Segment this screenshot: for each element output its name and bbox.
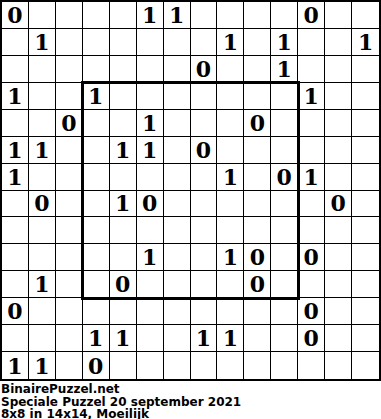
empty-cell[interactable]	[137, 298, 164, 325]
empty-cell[interactable]	[325, 271, 352, 298]
empty-cell[interactable]	[217, 137, 244, 164]
empty-cell[interactable]	[244, 352, 271, 379]
empty-cell[interactable]	[325, 217, 352, 244]
empty-cell[interactable]	[56, 164, 83, 191]
empty-cell[interactable]	[244, 217, 271, 244]
empty-cell[interactable]	[56, 191, 83, 218]
empty-cell[interactable]	[56, 298, 83, 325]
empty-cell[interactable]	[191, 29, 218, 56]
empty-cell[interactable]	[298, 137, 325, 164]
empty-cell[interactable]	[191, 164, 218, 191]
empty-cell[interactable]	[164, 244, 191, 271]
empty-cell[interactable]	[352, 325, 379, 352]
empty-cell[interactable]	[217, 83, 244, 110]
empty-cell[interactable]	[352, 2, 379, 29]
empty-cell[interactable]	[110, 56, 137, 83]
empty-cell[interactable]	[137, 271, 164, 298]
given-cell: 1	[137, 244, 164, 271]
empty-cell[interactable]	[217, 271, 244, 298]
given-cell: 1	[217, 244, 244, 271]
given-cell: 0	[298, 244, 325, 271]
empty-cell[interactable]	[2, 110, 29, 137]
puzzle-info: 8x8 in 14x14, Moeilijk	[1, 408, 381, 419]
given-cell: 0	[191, 56, 218, 83]
empty-cell[interactable]	[137, 325, 164, 352]
empty-cell[interactable]	[191, 352, 218, 379]
given-cell: 1	[2, 352, 29, 379]
empty-cell[interactable]	[352, 110, 379, 137]
empty-cell[interactable]	[164, 325, 191, 352]
empty-cell[interactable]	[244, 2, 271, 29]
given-cell: 0	[83, 352, 110, 379]
empty-cell[interactable]	[110, 2, 137, 29]
given-cell: 1	[2, 83, 29, 110]
empty-cell[interactable]	[244, 164, 271, 191]
empty-cell[interactable]	[298, 271, 325, 298]
empty-cell[interactable]	[244, 83, 271, 110]
given-cell: 0	[2, 298, 29, 325]
given-cell: 1	[298, 164, 325, 191]
footer: BinairePuzzel.net Speciale Puzzel 20 sep…	[0, 381, 381, 419]
puzzle-board: 0110111101111010111101101010011001000011…	[0, 0, 381, 381]
empty-cell[interactable]	[298, 217, 325, 244]
empty-cell[interactable]	[110, 298, 137, 325]
given-cell: 1	[29, 352, 56, 379]
empty-cell[interactable]	[2, 271, 29, 298]
empty-cell[interactable]	[29, 217, 56, 244]
empty-cell[interactable]	[191, 217, 218, 244]
empty-cell[interactable]	[2, 56, 29, 83]
given-cell: 0	[2, 2, 29, 29]
empty-cell[interactable]	[325, 352, 352, 379]
empty-cell[interactable]	[271, 2, 298, 29]
given-cell: 1	[217, 29, 244, 56]
given-cell: 0	[298, 2, 325, 29]
empty-cell[interactable]	[325, 298, 352, 325]
empty-cell[interactable]	[271, 244, 298, 271]
empty-cell[interactable]	[56, 56, 83, 83]
empty-cell[interactable]	[217, 352, 244, 379]
empty-cell[interactable]	[325, 56, 352, 83]
given-cell: 1	[271, 29, 298, 56]
empty-cell[interactable]	[244, 191, 271, 218]
empty-cell[interactable]	[352, 83, 379, 110]
empty-cell[interactable]	[29, 325, 56, 352]
empty-cell[interactable]	[137, 56, 164, 83]
empty-cell[interactable]	[2, 191, 29, 218]
given-cell: 1	[29, 29, 56, 56]
given-cell: 1	[2, 137, 29, 164]
empty-cell[interactable]	[271, 217, 298, 244]
empty-cell[interactable]	[137, 352, 164, 379]
empty-cell[interactable]	[164, 29, 191, 56]
empty-cell[interactable]	[271, 110, 298, 137]
empty-cell[interactable]	[137, 83, 164, 110]
empty-cell[interactable]	[352, 271, 379, 298]
empty-cell[interactable]	[110, 352, 137, 379]
given-cell: 1	[29, 137, 56, 164]
empty-cell[interactable]	[352, 191, 379, 218]
empty-cell[interactable]	[271, 325, 298, 352]
empty-cell[interactable]	[83, 244, 110, 271]
empty-cell[interactable]	[83, 217, 110, 244]
given-cell: 0	[244, 110, 271, 137]
given-cell: 1	[298, 83, 325, 110]
empty-cell[interactable]	[164, 191, 191, 218]
empty-cell[interactable]	[191, 2, 218, 29]
given-cell: 1	[2, 164, 29, 191]
empty-cell[interactable]	[110, 83, 137, 110]
site-name: BinairePuzzel.net	[1, 383, 381, 396]
empty-cell[interactable]	[83, 191, 110, 218]
empty-cell[interactable]	[244, 298, 271, 325]
empty-cell[interactable]	[56, 352, 83, 379]
given-cell: 1	[271, 56, 298, 83]
empty-cell[interactable]	[352, 244, 379, 271]
empty-cell[interactable]	[164, 56, 191, 83]
given-cell: 0	[56, 110, 83, 137]
empty-cell[interactable]	[83, 2, 110, 29]
empty-cell[interactable]	[271, 191, 298, 218]
empty-cell[interactable]	[137, 164, 164, 191]
empty-cell[interactable]	[298, 352, 325, 379]
empty-cell[interactable]	[137, 29, 164, 56]
empty-cell[interactable]	[110, 164, 137, 191]
empty-cell[interactable]	[83, 137, 110, 164]
given-cell: 1	[83, 325, 110, 352]
empty-cell[interactable]	[352, 298, 379, 325]
empty-cell[interactable]	[164, 217, 191, 244]
empty-cell[interactable]	[164, 110, 191, 137]
empty-cell[interactable]	[352, 137, 379, 164]
empty-cell[interactable]	[56, 271, 83, 298]
empty-cell[interactable]	[352, 352, 379, 379]
given-cell: 1	[110, 191, 137, 218]
given-cell: 0	[191, 137, 218, 164]
empty-cell[interactable]	[325, 325, 352, 352]
empty-cell[interactable]	[29, 244, 56, 271]
empty-cell[interactable]	[29, 56, 56, 83]
empty-cell[interactable]	[29, 83, 56, 110]
empty-cell[interactable]	[217, 298, 244, 325]
empty-cell[interactable]	[217, 110, 244, 137]
empty-cell[interactable]	[83, 56, 110, 83]
empty-cell[interactable]	[56, 325, 83, 352]
empty-cell[interactable]	[164, 298, 191, 325]
empty-cell[interactable]	[325, 137, 352, 164]
empty-cell[interactable]	[191, 110, 218, 137]
empty-cell[interactable]	[325, 29, 352, 56]
empty-cell[interactable]	[164, 83, 191, 110]
empty-cell[interactable]	[164, 164, 191, 191]
given-cell: 1	[191, 325, 218, 352]
empty-cell[interactable]	[56, 217, 83, 244]
empty-cell[interactable]	[191, 83, 218, 110]
empty-cell[interactable]	[271, 271, 298, 298]
empty-cell[interactable]	[29, 164, 56, 191]
empty-cell[interactable]	[217, 2, 244, 29]
empty-cell[interactable]	[137, 217, 164, 244]
given-cell: 0	[271, 164, 298, 191]
given-cell: 0	[244, 244, 271, 271]
empty-cell[interactable]	[271, 298, 298, 325]
given-cell: 0	[298, 298, 325, 325]
empty-cell[interactable]	[191, 271, 218, 298]
empty-cell[interactable]	[56, 2, 83, 29]
empty-cell[interactable]	[217, 56, 244, 83]
empty-cell[interactable]	[83, 164, 110, 191]
given-cell: 1	[29, 271, 56, 298]
empty-cell[interactable]	[110, 110, 137, 137]
empty-cell[interactable]	[191, 191, 218, 218]
empty-cell[interactable]	[56, 244, 83, 271]
empty-cell[interactable]	[56, 137, 83, 164]
given-cell: 1	[110, 325, 137, 352]
empty-cell[interactable]	[191, 244, 218, 271]
empty-cell[interactable]	[298, 56, 325, 83]
empty-cell[interactable]	[271, 352, 298, 379]
given-cell: 0	[110, 271, 137, 298]
given-cell: 0	[244, 271, 271, 298]
empty-cell[interactable]	[83, 110, 110, 137]
empty-cell[interactable]	[83, 298, 110, 325]
given-cell: 1	[217, 325, 244, 352]
empty-cell[interactable]	[244, 325, 271, 352]
given-cell: 1	[83, 83, 110, 110]
empty-cell[interactable]	[271, 137, 298, 164]
empty-cell[interactable]	[2, 325, 29, 352]
given-cell: 1	[164, 2, 191, 29]
given-cell: 1	[110, 137, 137, 164]
empty-cell[interactable]	[325, 164, 352, 191]
empty-cell[interactable]	[217, 217, 244, 244]
empty-cell[interactable]	[2, 29, 29, 56]
empty-cell[interactable]	[244, 29, 271, 56]
empty-cell[interactable]	[191, 298, 218, 325]
given-cell: 0	[325, 191, 352, 218]
empty-cell[interactable]	[325, 83, 352, 110]
empty-cell[interactable]	[2, 244, 29, 271]
empty-cell[interactable]	[325, 2, 352, 29]
empty-cell[interactable]	[298, 110, 325, 137]
given-cell: 0	[29, 191, 56, 218]
empty-cell[interactable]	[164, 271, 191, 298]
empty-cell[interactable]	[164, 352, 191, 379]
empty-cell[interactable]	[352, 56, 379, 83]
empty-cell[interactable]	[110, 29, 137, 56]
empty-cell[interactable]	[56, 29, 83, 56]
given-cell: 1	[137, 137, 164, 164]
empty-cell[interactable]	[325, 110, 352, 137]
given-cell: 1	[217, 164, 244, 191]
given-cell: 0	[137, 191, 164, 218]
empty-cell[interactable]	[298, 191, 325, 218]
empty-cell[interactable]	[83, 271, 110, 298]
empty-cell[interactable]	[29, 110, 56, 137]
empty-cell[interactable]	[110, 217, 137, 244]
empty-cell[interactable]	[244, 137, 271, 164]
empty-cell[interactable]	[56, 83, 83, 110]
empty-cell[interactable]	[217, 191, 244, 218]
empty-cell[interactable]	[29, 298, 56, 325]
empty-cell[interactable]	[271, 83, 298, 110]
empty-cell[interactable]	[352, 217, 379, 244]
empty-cell[interactable]	[325, 244, 352, 271]
given-cell: 1	[352, 29, 379, 56]
empty-cell[interactable]	[164, 137, 191, 164]
given-cell: 1	[137, 2, 164, 29]
given-cell: 0	[298, 325, 325, 352]
given-cell: 1	[137, 110, 164, 137]
empty-cell[interactable]	[2, 217, 29, 244]
empty-cell[interactable]	[352, 164, 379, 191]
empty-cell[interactable]	[83, 29, 110, 56]
empty-cell[interactable]	[244, 56, 271, 83]
empty-cell[interactable]	[298, 29, 325, 56]
empty-cell[interactable]	[29, 2, 56, 29]
empty-cell[interactable]	[110, 244, 137, 271]
